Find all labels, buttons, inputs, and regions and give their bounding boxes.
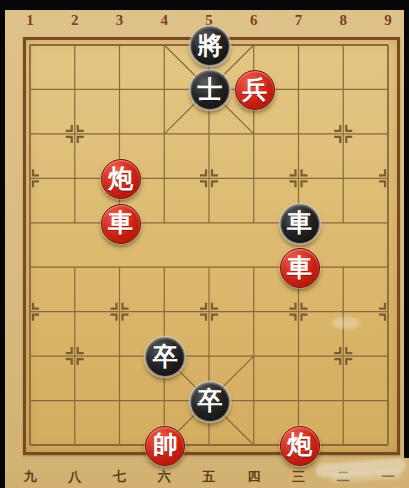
file-label-bottom-3: 七 xyxy=(107,468,133,486)
file-label-top-8: 8 xyxy=(330,12,356,29)
file-label-bottom-5: 五 xyxy=(196,468,222,486)
piece-glyph: 車 xyxy=(108,210,133,235)
piece-glyph: 帥 xyxy=(153,432,178,457)
file-label-top-7: 7 xyxy=(286,12,312,29)
file-label-top-3: 3 xyxy=(107,12,133,29)
xiangqi-app: 123456789 將士兵炮車車車卒卒帥炮 九八七六五四三二一 xyxy=(0,0,409,488)
red-chariot[interactable]: 車 xyxy=(101,204,141,244)
file-label-bottom-4: 六 xyxy=(151,468,177,486)
file-label-bottom-9: 一 xyxy=(375,468,401,486)
black-soldier[interactable]: 卒 xyxy=(190,382,230,422)
file-label-bottom-1: 九 xyxy=(17,468,43,486)
file-label-top-9: 9 xyxy=(375,12,401,29)
black-chariot[interactable]: 車 xyxy=(280,204,320,244)
red-cannon[interactable]: 炮 xyxy=(101,159,141,199)
file-label-top-6: 6 xyxy=(241,12,267,29)
piece-glyph: 士 xyxy=(198,77,223,102)
piece-glyph: 卒 xyxy=(153,344,178,369)
file-label-bottom-2: 八 xyxy=(62,468,88,486)
red-general[interactable]: 帥 xyxy=(145,426,185,466)
piece-glyph: 車 xyxy=(287,210,312,235)
red-cannon[interactable]: 炮 xyxy=(280,426,320,466)
file-label-bottom-8: 二 xyxy=(330,468,356,486)
file-label-top-4: 4 xyxy=(151,12,177,29)
red-soldier[interactable]: 兵 xyxy=(235,70,275,110)
file-label-top-1: 1 xyxy=(17,12,43,29)
piece-glyph: 炮 xyxy=(287,432,312,457)
black-general[interactable]: 將 xyxy=(190,26,230,66)
piece-glyph: 炮 xyxy=(108,166,133,191)
right-letterbox-bar xyxy=(404,0,409,458)
file-label-bottom-7: 三 xyxy=(286,468,312,486)
piece-glyph: 卒 xyxy=(198,388,223,413)
red-chariot[interactable]: 車 xyxy=(280,248,320,288)
piece-glyph: 兵 xyxy=(242,77,267,102)
left-letterbox-bar xyxy=(0,0,5,488)
file-label-bottom-6: 四 xyxy=(241,468,267,486)
piece-glyph: 將 xyxy=(198,33,223,58)
file-label-top-2: 2 xyxy=(62,12,88,29)
piece-glyph: 車 xyxy=(287,255,312,280)
top-letterbox-bar xyxy=(0,0,409,10)
